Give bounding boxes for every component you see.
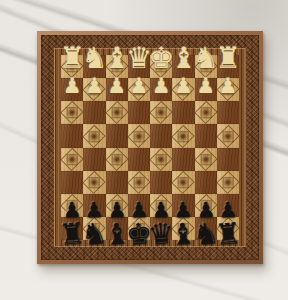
board-square[interactable]: [61, 124, 83, 147]
white-rook[interactable]: ♜: [215, 44, 241, 73]
board-square[interactable]: [217, 101, 239, 124]
board-square[interactable]: ♟: [150, 78, 172, 101]
board-square[interactable]: ♟: [195, 194, 217, 217]
board-square[interactable]: ♟: [61, 194, 83, 217]
board-square[interactable]: [172, 101, 194, 124]
board-square[interactable]: [128, 171, 150, 194]
board-square[interactable]: ♟: [61, 78, 83, 101]
medallion-motif: [172, 171, 194, 194]
white-pawn[interactable]: ♟: [218, 76, 237, 97]
white-pawn[interactable]: ♟: [107, 76, 126, 97]
medallion-motif: [61, 101, 83, 124]
medallion-motif: [106, 148, 128, 171]
medallion-motif: [172, 124, 194, 147]
white-pawn[interactable]: ♟: [174, 76, 193, 97]
board-square[interactable]: ♟: [106, 194, 128, 217]
board-square[interactable]: [172, 148, 194, 171]
white-pawn[interactable]: ♟: [129, 76, 148, 97]
board-square[interactable]: [150, 101, 172, 124]
board-square[interactable]: [83, 101, 105, 124]
board-square[interactable]: [217, 171, 239, 194]
marble-surface: ♜♞♝♛♚♝♞♜♟♟♟♟♟♟♟♟♟♟♟♟♟♟♟♟♜♞♝♚♛♝♞♜: [0, 0, 288, 300]
board-square[interactable]: [106, 124, 128, 147]
board-square[interactable]: [150, 148, 172, 171]
medallion-motif: [150, 101, 172, 124]
board-square[interactable]: ♟: [195, 78, 217, 101]
board-square[interactable]: ♟: [172, 78, 194, 101]
medallion-motif: [128, 124, 150, 147]
board-square[interactable]: ♟: [217, 194, 239, 217]
board-square[interactable]: [61, 171, 83, 194]
board-square[interactable]: ♟: [128, 78, 150, 101]
medallion-motif: [61, 148, 83, 171]
medallion-motif: [195, 148, 217, 171]
board-square[interactable]: [106, 148, 128, 171]
medallion-motif: [83, 171, 105, 194]
board-square[interactable]: ♟: [172, 194, 194, 217]
chess-board: ♜♞♝♛♚♝♞♜♟♟♟♟♟♟♟♟♟♟♟♟♟♟♟♟♜♞♝♚♛♝♞♜: [37, 31, 263, 264]
board-square[interactable]: [195, 101, 217, 124]
white-pawn[interactable]: ♟: [85, 76, 104, 97]
board-square[interactable]: ♟: [128, 194, 150, 217]
board-square[interactable]: [61, 101, 83, 124]
board-square[interactable]: [217, 124, 239, 147]
medallion-motif: [195, 101, 217, 124]
board-square[interactable]: [217, 148, 239, 171]
board-square[interactable]: [128, 148, 150, 171]
board-square[interactable]: [83, 171, 105, 194]
board-square[interactable]: ♟: [217, 78, 239, 101]
medallion-motif: [106, 101, 128, 124]
chess-grid: ♜♞♝♛♚♝♞♜♟♟♟♟♟♟♟♟♟♟♟♟♟♟♟♟♜♞♝♚♛♝♞♜: [61, 55, 239, 240]
board-square[interactable]: [128, 124, 150, 147]
medallion-motif: [217, 171, 239, 194]
board-square[interactable]: [195, 148, 217, 171]
board-square[interactable]: [128, 101, 150, 124]
board-square[interactable]: ♟: [150, 194, 172, 217]
board-square[interactable]: [195, 171, 217, 194]
medallion-motif: [150, 148, 172, 171]
board-square[interactable]: [195, 124, 217, 147]
board-square[interactable]: ♟: [83, 78, 105, 101]
white-pawn[interactable]: ♟: [196, 76, 215, 97]
board-square[interactable]: [61, 148, 83, 171]
board-square[interactable]: [150, 124, 172, 147]
black-rook[interactable]: ♜: [214, 219, 242, 250]
board-square[interactable]: [83, 124, 105, 147]
medallion-motif: [83, 124, 105, 147]
board-square[interactable]: [172, 124, 194, 147]
medallion-motif: [128, 171, 150, 194]
board-square[interactable]: [106, 101, 128, 124]
board-square[interactable]: [83, 148, 105, 171]
board-square[interactable]: [172, 171, 194, 194]
white-pawn[interactable]: ♟: [63, 76, 82, 97]
medallion-motif: [217, 124, 239, 147]
board-square[interactable]: [150, 171, 172, 194]
board-square[interactable]: ♟: [106, 78, 128, 101]
white-pawn[interactable]: ♟: [152, 76, 171, 97]
board-square[interactable]: ♟: [83, 194, 105, 217]
board-square[interactable]: ♜: [217, 217, 239, 240]
board-square[interactable]: [106, 171, 128, 194]
